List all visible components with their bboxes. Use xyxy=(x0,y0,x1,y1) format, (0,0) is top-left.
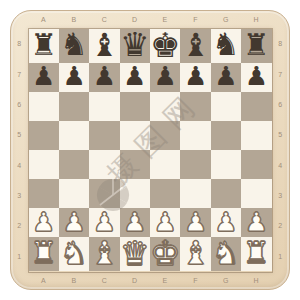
rank-label-left-6: 6 xyxy=(11,89,29,119)
square-c4[interactable] xyxy=(89,150,119,179)
square-f6[interactable] xyxy=(180,92,210,121)
square-c5[interactable] xyxy=(89,121,119,150)
file-label-bottom-e: E xyxy=(150,272,180,290)
rank-label-right-4: 4 xyxy=(272,150,290,180)
white-pawn[interactable]: ♟ xyxy=(245,209,268,235)
white-pawn[interactable]: ♟ xyxy=(214,209,237,235)
black-bishop[interactable]: ♝ xyxy=(181,29,210,61)
file-label-bottom-g: G xyxy=(211,272,241,290)
square-h1[interactable]: ♜ xyxy=(241,237,271,271)
square-h8[interactable]: ♜ xyxy=(241,29,271,63)
black-bishop[interactable]: ♝ xyxy=(90,29,119,61)
square-a7[interactable]: ♟ xyxy=(29,63,59,92)
black-pawn[interactable]: ♟ xyxy=(123,63,146,89)
rank-label-right-6: 6 xyxy=(272,89,290,119)
square-c6[interactable] xyxy=(89,92,119,121)
file-label-bottom-b: B xyxy=(59,272,89,290)
square-a6[interactable] xyxy=(29,92,59,121)
black-pawn[interactable]: ♟ xyxy=(93,63,116,89)
square-g7[interactable]: ♟ xyxy=(211,63,241,92)
square-b1[interactable]: ♞ xyxy=(59,237,89,271)
square-f4[interactable] xyxy=(180,150,210,179)
black-pawn[interactable]: ♟ xyxy=(154,63,177,89)
square-g4[interactable] xyxy=(211,150,241,179)
rank-label-left-8: 8 xyxy=(11,29,29,59)
file-label-bottom-f: F xyxy=(180,272,210,290)
file-label-top-g: G xyxy=(211,11,241,29)
rank-label-left-7: 7 xyxy=(11,59,29,89)
black-pawn[interactable]: ♟ xyxy=(62,63,85,89)
square-b8[interactable]: ♞ xyxy=(59,29,89,63)
square-c3[interactable] xyxy=(89,179,119,208)
square-c2[interactable]: ♟ xyxy=(89,208,119,237)
square-e1[interactable]: ♚ xyxy=(150,237,180,271)
white-bishop[interactable]: ♝ xyxy=(181,237,210,269)
rank-label-right-3: 3 xyxy=(272,180,290,210)
black-pawn[interactable]: ♟ xyxy=(214,63,237,89)
square-a2[interactable]: ♟ xyxy=(29,208,59,237)
rank-label-right-7: 7 xyxy=(272,59,290,89)
file-label-bottom-d: D xyxy=(120,272,150,290)
white-rook[interactable]: ♜ xyxy=(243,238,270,268)
square-e5[interactable] xyxy=(150,121,180,150)
square-d1[interactable]: ♛ xyxy=(120,237,150,271)
rank-label-left-5: 5 xyxy=(11,120,29,150)
square-e7[interactable]: ♟ xyxy=(150,63,180,92)
black-knight[interactable]: ♞ xyxy=(212,29,240,60)
file-label-bottom-c: C xyxy=(89,272,119,290)
square-b5[interactable] xyxy=(59,121,89,150)
square-b2[interactable]: ♟ xyxy=(59,208,89,237)
file-label-bottom-a: A xyxy=(29,272,59,290)
white-queen[interactable]: ♛ xyxy=(120,237,150,270)
rank-label-left-1: 1 xyxy=(11,241,29,271)
square-f1[interactable]: ♝ xyxy=(180,237,210,271)
white-pawn[interactable]: ♟ xyxy=(154,209,177,235)
square-b3[interactable] xyxy=(59,179,89,208)
chessboard-illustration: ♜♞♝♛♚♝♞♜♟♟♟♟♟♟♟♟♟♟♟♟♟♟♟♟♜♞♝♛♚♝♞♜ AABBCCD… xyxy=(0,0,300,300)
square-h6[interactable] xyxy=(241,92,271,121)
square-h2[interactable]: ♟ xyxy=(241,208,271,237)
square-b4[interactable] xyxy=(59,150,89,179)
white-king[interactable]: ♚ xyxy=(150,236,180,270)
square-a5[interactable] xyxy=(29,121,59,150)
black-king[interactable]: ♚ xyxy=(150,28,180,62)
square-b7[interactable]: ♟ xyxy=(59,63,89,92)
rank-label-right-2: 2 xyxy=(272,211,290,241)
black-pawn[interactable]: ♟ xyxy=(245,63,268,89)
square-g1[interactable]: ♞ xyxy=(211,237,241,271)
rank-label-left-4: 4 xyxy=(11,150,29,180)
square-d7[interactable]: ♟ xyxy=(120,63,150,92)
square-b6[interactable] xyxy=(59,92,89,121)
square-e8[interactable]: ♚ xyxy=(150,29,180,63)
black-pawn[interactable]: ♟ xyxy=(184,63,207,89)
file-label-top-c: C xyxy=(89,11,119,29)
white-knight[interactable]: ♞ xyxy=(212,238,240,269)
square-d5[interactable] xyxy=(120,121,150,150)
square-c7[interactable]: ♟ xyxy=(89,63,119,92)
square-a8[interactable]: ♜ xyxy=(29,29,59,63)
file-label-top-b: B xyxy=(59,11,89,29)
square-g5[interactable] xyxy=(211,121,241,150)
file-label-top-f: F xyxy=(180,11,210,29)
white-pawn[interactable]: ♟ xyxy=(62,209,85,235)
square-a3[interactable] xyxy=(29,179,59,208)
square-f3[interactable] xyxy=(180,179,210,208)
board-grid: ♜♞♝♛♚♝♞♜♟♟♟♟♟♟♟♟♟♟♟♟♟♟♟♟♜♞♝♛♚♝♞♜ xyxy=(29,29,272,272)
black-knight[interactable]: ♞ xyxy=(60,29,88,60)
black-queen[interactable]: ♛ xyxy=(120,28,150,61)
square-c8[interactable]: ♝ xyxy=(89,29,119,63)
square-d4[interactable] xyxy=(120,150,150,179)
square-d8[interactable]: ♛ xyxy=(120,29,150,63)
square-h7[interactable]: ♟ xyxy=(241,63,271,92)
black-pawn[interactable]: ♟ xyxy=(32,63,55,89)
white-knight[interactable]: ♞ xyxy=(60,238,88,269)
file-label-bottom-h: H xyxy=(241,272,271,290)
square-g8[interactable]: ♞ xyxy=(211,29,241,63)
file-label-top-a: A xyxy=(29,11,59,29)
file-label-top-h: H xyxy=(241,11,271,29)
square-h4[interactable] xyxy=(241,150,271,179)
square-g2[interactable]: ♟ xyxy=(211,208,241,237)
square-e3[interactable] xyxy=(150,179,180,208)
square-h3[interactable] xyxy=(241,179,271,208)
square-a1[interactable]: ♜ xyxy=(29,237,59,271)
rank-label-right-5: 5 xyxy=(272,120,290,150)
black-rook[interactable]: ♜ xyxy=(243,30,270,60)
white-bishop[interactable]: ♝ xyxy=(90,237,119,269)
square-f8[interactable]: ♝ xyxy=(180,29,210,63)
rank-label-left-2: 2 xyxy=(11,211,29,241)
white-pawn[interactable]: ♟ xyxy=(184,209,207,235)
square-d3[interactable] xyxy=(120,179,150,208)
square-e6[interactable] xyxy=(150,92,180,121)
square-d6[interactable] xyxy=(120,92,150,121)
square-g3[interactable] xyxy=(211,179,241,208)
square-h5[interactable] xyxy=(241,121,271,150)
file-label-top-d: D xyxy=(120,11,150,29)
square-f5[interactable] xyxy=(180,121,210,150)
white-pawn[interactable]: ♟ xyxy=(123,209,146,235)
square-a4[interactable] xyxy=(29,150,59,179)
file-label-top-e: E xyxy=(150,11,180,29)
rank-label-right-8: 8 xyxy=(272,29,290,59)
square-e4[interactable] xyxy=(150,150,180,179)
white-pawn[interactable]: ♟ xyxy=(32,209,55,235)
rank-label-right-1: 1 xyxy=(272,241,290,271)
square-f7[interactable]: ♟ xyxy=(180,63,210,92)
white-pawn[interactable]: ♟ xyxy=(93,209,116,235)
square-f2[interactable]: ♟ xyxy=(180,208,210,237)
square-c1[interactable]: ♝ xyxy=(89,237,119,271)
rank-label-left-3: 3 xyxy=(11,180,29,210)
square-g6[interactable] xyxy=(211,92,241,121)
black-rook[interactable]: ♜ xyxy=(30,30,57,60)
white-rook[interactable]: ♜ xyxy=(30,238,57,268)
